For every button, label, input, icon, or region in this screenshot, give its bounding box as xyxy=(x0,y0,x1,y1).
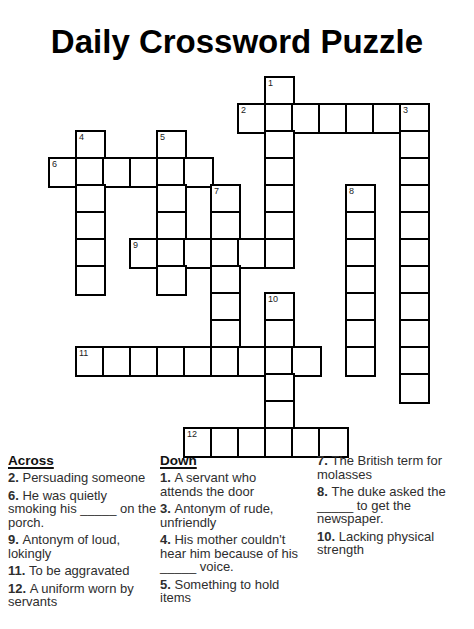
grid-void xyxy=(130,77,157,104)
grid-void xyxy=(319,212,346,239)
grid-void xyxy=(157,401,184,428)
grid-void xyxy=(373,347,400,374)
cell-number: 9 xyxy=(133,240,138,250)
grid-cell[interactable] xyxy=(211,239,240,268)
grid-cell[interactable]: 9 xyxy=(130,239,159,268)
grid-cell[interactable] xyxy=(211,293,240,322)
grid-void xyxy=(373,212,400,239)
grid-cell[interactable] xyxy=(238,239,267,268)
grid-void xyxy=(211,77,238,104)
grid-void xyxy=(292,293,319,320)
grid-void xyxy=(103,374,130,401)
across-clues-column: Across 2. Persuading someone6. He was qu… xyxy=(8,453,158,613)
grid-void xyxy=(292,212,319,239)
grid-cell[interactable] xyxy=(400,374,429,403)
grid-void xyxy=(103,185,130,212)
grid-cell[interactable]: 2 xyxy=(238,104,267,133)
grid-void xyxy=(319,320,346,347)
grid-void xyxy=(49,428,76,455)
clue-text: He was quietly smoking his _____ on the … xyxy=(8,488,156,530)
grid-void xyxy=(157,320,184,347)
clue-text: Antonym of loud, lokingly xyxy=(8,532,120,561)
clue-across-2: 2. Persuading someone xyxy=(8,471,158,485)
grid-void xyxy=(319,347,346,374)
grid-void xyxy=(373,320,400,347)
grid-void xyxy=(319,131,346,158)
clue-text: A servant who attends the door xyxy=(160,470,256,499)
grid-void xyxy=(76,320,103,347)
grid-cell[interactable] xyxy=(400,347,429,376)
grid-void xyxy=(238,320,265,347)
grid-cell[interactable] xyxy=(157,239,186,268)
grid-void xyxy=(184,374,211,401)
grid-cell[interactable] xyxy=(265,104,294,133)
clue-across-11: 11. To be aggravated xyxy=(8,564,158,578)
grid-void xyxy=(211,131,238,158)
grid-void xyxy=(49,293,76,320)
grid-void xyxy=(211,374,238,401)
grid-void xyxy=(238,158,265,185)
grid-void xyxy=(211,401,238,428)
grid-void xyxy=(184,401,211,428)
grid-void xyxy=(373,77,400,104)
grid-void xyxy=(238,185,265,212)
grid-cell[interactable] xyxy=(265,131,294,160)
grid-void xyxy=(103,104,130,131)
grid-void xyxy=(373,401,400,428)
grid-void xyxy=(76,401,103,428)
grid-cell[interactable] xyxy=(157,158,186,187)
grid-void xyxy=(157,77,184,104)
grid-void xyxy=(157,104,184,131)
grid-void xyxy=(157,374,184,401)
grid-void xyxy=(292,158,319,185)
grid-void xyxy=(238,131,265,158)
grid-cell[interactable]: 10 xyxy=(265,293,294,322)
grid-cell[interactable]: 6 xyxy=(49,158,78,187)
cell-number: 1 xyxy=(268,78,273,88)
grid-void xyxy=(319,185,346,212)
clue-down-8: 8. The duke asked the _____ to get the n… xyxy=(317,485,459,526)
grid-cell[interactable] xyxy=(292,104,321,133)
grid-cell[interactable] xyxy=(373,104,402,133)
grid-void xyxy=(238,266,265,293)
grid-void xyxy=(319,401,346,428)
grid-void xyxy=(130,266,157,293)
grid-cell[interactable] xyxy=(211,266,240,295)
grid-cell[interactable] xyxy=(400,293,429,322)
grid-cell[interactable] xyxy=(76,212,105,241)
grid-void xyxy=(346,428,373,455)
grid-void xyxy=(103,266,130,293)
grid-cell[interactable] xyxy=(265,374,294,403)
grid-cell[interactable] xyxy=(265,212,294,241)
grid-void xyxy=(103,320,130,347)
grid-void xyxy=(103,77,130,104)
grid-void xyxy=(49,212,76,239)
grid-void xyxy=(184,293,211,320)
grid-void xyxy=(265,266,292,293)
grid-void xyxy=(130,293,157,320)
cell-number: 11 xyxy=(79,348,88,358)
clue-down-7: 7. The British term for molasses xyxy=(317,454,459,481)
grid-void xyxy=(184,77,211,104)
grid-void xyxy=(49,131,76,158)
grid-cell[interactable] xyxy=(346,266,375,295)
grid-void xyxy=(346,158,373,185)
grid-void xyxy=(157,293,184,320)
grid-cell[interactable] xyxy=(346,320,375,349)
clue-text: To be aggravated xyxy=(29,563,129,578)
grid-void xyxy=(292,239,319,266)
grid-void xyxy=(400,77,427,104)
grid-void xyxy=(346,131,373,158)
grid-void xyxy=(373,428,400,455)
down-heading: Down xyxy=(160,453,300,468)
clue-across-9: 9. Antonym of loud, lokingly xyxy=(8,533,158,560)
grid-void xyxy=(130,131,157,158)
cell-number: 2 xyxy=(241,105,246,115)
grid-void xyxy=(319,77,346,104)
clue-across-6: 6. He was quietly smoking his _____ on t… xyxy=(8,489,158,530)
grid-void xyxy=(184,320,211,347)
down-clues-continued-column: 7. The British term for molasses8. The d… xyxy=(317,454,459,561)
grid-cell[interactable] xyxy=(319,104,348,133)
grid-void xyxy=(103,212,130,239)
clue-down-4: 4. His mother couldn't hear him because … xyxy=(160,533,300,574)
grid-void xyxy=(319,266,346,293)
clue-text: Something to hold items xyxy=(160,577,279,606)
grid-cell[interactable] xyxy=(346,212,375,241)
grid-void xyxy=(76,293,103,320)
grid-void xyxy=(292,374,319,401)
grid-void xyxy=(373,239,400,266)
across-heading: Across xyxy=(8,453,158,468)
grid-cell[interactable] xyxy=(400,266,429,295)
grid-void xyxy=(130,428,157,455)
grid-cell[interactable] xyxy=(400,131,429,160)
down-clues-column: Down 1. A servant who attends the door3.… xyxy=(160,453,300,609)
grid-void xyxy=(373,266,400,293)
grid-void xyxy=(49,77,76,104)
grid-void xyxy=(184,131,211,158)
grid-void xyxy=(49,347,76,374)
grid-cell[interactable] xyxy=(346,293,375,322)
grid-cell[interactable] xyxy=(211,320,240,349)
grid-void xyxy=(400,428,427,455)
grid-cell[interactable]: 8 xyxy=(346,185,375,214)
grid-cell[interactable] xyxy=(238,347,267,376)
grid-void xyxy=(346,77,373,104)
grid-void xyxy=(157,428,184,455)
grid-cell[interactable] xyxy=(346,239,375,268)
grid-void xyxy=(130,374,157,401)
grid-void xyxy=(319,293,346,320)
grid-cell[interactable] xyxy=(400,158,429,187)
grid-void xyxy=(319,158,346,185)
grid-void xyxy=(373,158,400,185)
grid-cell[interactable] xyxy=(130,158,159,187)
grid-void xyxy=(76,374,103,401)
grid-void xyxy=(49,401,76,428)
grid-cell[interactable] xyxy=(400,320,429,349)
grid-cell[interactable] xyxy=(76,185,105,214)
grid-void xyxy=(184,104,211,131)
grid-cell[interactable] xyxy=(157,347,186,376)
grid-void xyxy=(184,212,211,239)
grid-void xyxy=(292,131,319,158)
grid-cell[interactable] xyxy=(184,158,213,187)
clue-number: 11. xyxy=(8,563,29,578)
cell-number: 8 xyxy=(349,186,354,196)
grid-void xyxy=(103,401,130,428)
grid-void xyxy=(373,185,400,212)
grid-cell[interactable] xyxy=(292,347,321,376)
grid-cell[interactable] xyxy=(346,347,375,376)
clue-number: 2. xyxy=(8,470,22,485)
grid-void xyxy=(211,104,238,131)
grid-void xyxy=(238,293,265,320)
grid-void xyxy=(373,374,400,401)
cell-number: 4 xyxy=(79,132,84,142)
cell-number: 7 xyxy=(214,186,219,196)
grid-void xyxy=(319,239,346,266)
grid-cell[interactable] xyxy=(265,185,294,214)
across-clue-list: 2. Persuading someone6. He was quietly s… xyxy=(8,471,158,609)
cell-number: 5 xyxy=(160,132,165,142)
grid-cell[interactable] xyxy=(400,212,429,241)
grid-void xyxy=(130,185,157,212)
grid-cell[interactable] xyxy=(157,266,186,295)
grid-cell[interactable] xyxy=(265,401,294,430)
grid-cell[interactable] xyxy=(211,347,240,376)
grid-cell[interactable] xyxy=(103,347,132,376)
grid-void xyxy=(292,77,319,104)
grid-void xyxy=(292,266,319,293)
grid-void xyxy=(49,104,76,131)
grid-cell[interactable] xyxy=(184,239,213,268)
grid-void xyxy=(130,401,157,428)
grid-void xyxy=(49,320,76,347)
grid-void xyxy=(49,266,76,293)
grid-void xyxy=(76,428,103,455)
page-title: Daily Crossword Puzzle xyxy=(0,22,474,62)
grid-cell[interactable]: 1 xyxy=(265,77,294,106)
grid-void xyxy=(49,374,76,401)
grid-void xyxy=(130,320,157,347)
grid-void xyxy=(346,401,373,428)
grid-cell[interactable] xyxy=(265,239,294,268)
grid-void xyxy=(76,104,103,131)
grid-cell[interactable] xyxy=(265,320,294,349)
grid-void xyxy=(103,428,130,455)
grid-void xyxy=(400,401,427,428)
grid-void xyxy=(103,293,130,320)
grid-cell[interactable] xyxy=(211,212,240,241)
clue-text: His mother couldn't hear him because of … xyxy=(160,532,298,574)
grid-cell[interactable] xyxy=(346,104,375,133)
clue-text: Antonym of rude, unfriendly xyxy=(160,501,273,530)
cell-number: 10 xyxy=(268,294,278,304)
grid-cell[interactable] xyxy=(103,158,132,187)
grid-void xyxy=(184,266,211,293)
clue-text: The duke asked the _____ to get the news… xyxy=(317,484,446,526)
grid-void xyxy=(238,77,265,104)
grid-cell[interactable]: 4 xyxy=(76,131,105,160)
grid-cell[interactable] xyxy=(157,212,186,241)
grid-void xyxy=(238,374,265,401)
grid-void xyxy=(319,374,346,401)
grid-void xyxy=(373,131,400,158)
down-clue-list: 1. A servant who attends the door3. Anto… xyxy=(160,471,300,605)
grid-void xyxy=(373,293,400,320)
grid-cell[interactable]: 5 xyxy=(157,131,186,160)
grid-cell[interactable]: 3 xyxy=(400,104,429,133)
cell-number: 3 xyxy=(403,105,408,115)
grid-cell[interactable]: 7 xyxy=(211,185,240,214)
crossword-grid: 123456789101112 xyxy=(49,77,427,455)
grid-void xyxy=(346,374,373,401)
grid-void xyxy=(292,401,319,428)
cell-number: 12 xyxy=(187,429,197,439)
grid-cell[interactable] xyxy=(400,239,429,268)
clue-down-5: 5. Something to hold items xyxy=(160,578,300,605)
grid-cell[interactable] xyxy=(76,239,105,268)
grid-void xyxy=(49,239,76,266)
grid-void xyxy=(130,212,157,239)
grid-cell[interactable] xyxy=(265,158,294,187)
grid-void xyxy=(76,77,103,104)
grid-cell[interactable]: 11 xyxy=(76,347,105,376)
grid-cell[interactable] xyxy=(76,158,105,187)
grid-void xyxy=(49,185,76,212)
grid-cell[interactable] xyxy=(76,266,105,295)
clue-text: Persuading someone xyxy=(22,470,145,485)
grid-cell[interactable] xyxy=(265,347,294,376)
clue-down-3: 3. Antonym of rude, unfriendly xyxy=(160,502,300,529)
clue-down-1: 1. A servant who attends the door xyxy=(160,471,300,498)
grid-cell[interactable] xyxy=(157,185,186,214)
grid-void xyxy=(292,320,319,347)
grid-void xyxy=(130,104,157,131)
clue-across-12: 12. A uniform worn by servants xyxy=(8,582,158,609)
grid-void xyxy=(292,185,319,212)
clue-down-10: 10. Lacking physical strength xyxy=(317,530,459,557)
grid-void xyxy=(238,401,265,428)
clue-text: The British term for molasses xyxy=(317,453,442,482)
grid-void xyxy=(211,158,238,185)
down-clue-list-continued: 7. The British term for molasses8. The d… xyxy=(317,454,459,557)
grid-cell[interactable] xyxy=(400,185,429,214)
grid-cell[interactable] xyxy=(130,347,159,376)
grid-void xyxy=(238,212,265,239)
grid-void xyxy=(184,185,211,212)
grid-void xyxy=(103,131,130,158)
grid-cell[interactable] xyxy=(184,347,213,376)
grid-void xyxy=(103,239,130,266)
cell-number: 6 xyxy=(52,159,57,169)
